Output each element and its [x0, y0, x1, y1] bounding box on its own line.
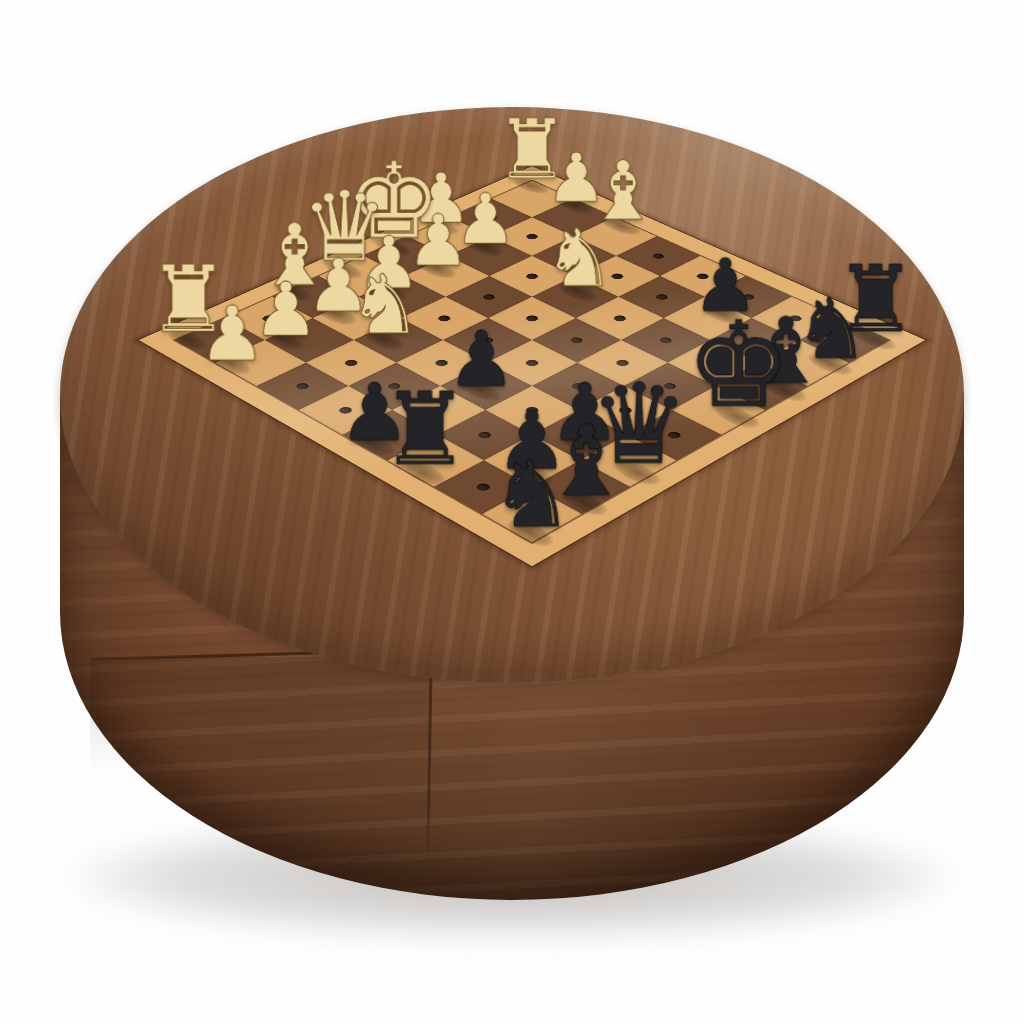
peg-hole — [609, 272, 625, 280]
product-photo-stage: ♜♜♝♛♚♟♟♟♟♟♟♟♟♞♝♞♞♝♛♚♝♞♜♟♟♜♟♟♟ — [0, 0, 1024, 1024]
peg-hole — [650, 252, 666, 260]
peg-hole — [611, 314, 628, 322]
peg-hole — [524, 233, 540, 240]
peg-hole — [654, 293, 670, 301]
peg-hole — [566, 252, 582, 260]
chess-board: ♜♜♝♛♚♟♟♟♟♟♟♟♟♞♝♞♞♝♛♚♝♞♜♟♟♜♟♟♟ — [139, 166, 925, 566]
peg-hole — [568, 336, 585, 344]
board-scene: ♜♜♝♛♚♟♟♟♟♟♟♟♟♞♝♞♞♝♛♚♝♞♜♟♟♜♟♟♟ — [0, 0, 1024, 1024]
peg-hole — [524, 272, 540, 280]
peg-hole — [483, 214, 499, 221]
black-knight-glyph: ♞ — [442, 448, 623, 541]
peg-hole — [480, 293, 496, 301]
peg-hole — [694, 272, 710, 280]
white-pawn-glyph: ♟ — [151, 296, 314, 371]
